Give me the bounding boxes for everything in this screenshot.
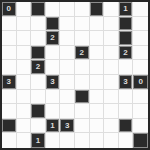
white-cell-4-8[interactable]	[119, 60, 134, 75]
white-cell-9-1[interactable]	[17, 133, 32, 148]
white-cell-0-3[interactable]	[46, 2, 61, 17]
clue-cell-3-5: 2	[75, 46, 90, 61]
white-cell-6-3[interactable]	[46, 90, 61, 105]
black-cell-8-0	[2, 119, 17, 134]
black-cell-8-8	[119, 119, 134, 134]
white-cell-3-7[interactable]	[104, 46, 119, 61]
white-cell-0-7[interactable]	[104, 2, 119, 17]
white-cell-5-2[interactable]	[31, 75, 46, 90]
black-cell-0-2	[31, 2, 46, 17]
white-cell-0-1[interactable]	[17, 2, 32, 17]
clue-cell-8-4: 3	[60, 119, 75, 134]
white-cell-1-1[interactable]	[17, 17, 32, 32]
black-cell-3-2	[31, 46, 46, 61]
white-cell-4-6[interactable]	[90, 60, 105, 75]
white-cell-2-4[interactable]	[60, 31, 75, 46]
clue-cell-0-0: 0	[2, 2, 17, 17]
clue-cell-5-3: 3	[46, 75, 61, 90]
white-cell-1-2[interactable]	[31, 17, 46, 32]
white-cell-2-6[interactable]	[90, 31, 105, 46]
white-cell-8-2[interactable]	[31, 119, 46, 134]
white-cell-5-5[interactable]	[75, 75, 90, 90]
white-cell-6-2[interactable]	[31, 90, 46, 105]
white-cell-6-7[interactable]	[104, 90, 119, 105]
white-cell-4-3[interactable]	[46, 60, 61, 75]
white-cell-4-7[interactable]	[104, 60, 119, 75]
white-cell-7-7[interactable]	[104, 104, 119, 119]
black-cell-9-9	[133, 133, 148, 148]
white-cell-3-3[interactable]	[46, 46, 61, 61]
white-cell-7-0[interactable]	[2, 104, 17, 119]
white-cell-7-6[interactable]	[90, 104, 105, 119]
white-cell-1-0[interactable]	[2, 17, 17, 32]
white-cell-9-8[interactable]	[119, 133, 134, 148]
black-cell-1-3	[46, 17, 61, 32]
white-cell-8-7[interactable]	[104, 119, 119, 134]
white-cell-4-4[interactable]	[60, 60, 75, 75]
black-cell-0-6	[90, 2, 105, 17]
white-cell-3-1[interactable]	[17, 46, 32, 61]
white-cell-0-5[interactable]	[75, 2, 90, 17]
white-cell-8-1[interactable]	[17, 119, 32, 134]
white-cell-4-9[interactable]	[133, 60, 148, 75]
clue-cell-5-0: 3	[2, 75, 17, 90]
clue-cell-4-2: 2	[31, 60, 46, 75]
white-cell-1-7[interactable]	[104, 17, 119, 32]
clue-cell-3-8: 2	[119, 46, 134, 61]
white-cell-9-0[interactable]	[2, 133, 17, 148]
clue-cell-0-8: 1	[119, 2, 134, 17]
white-cell-8-5[interactable]	[75, 119, 90, 134]
white-cell-3-6[interactable]	[90, 46, 105, 61]
white-cell-5-4[interactable]	[60, 75, 75, 90]
black-cell-7-2	[31, 104, 46, 119]
white-cell-6-9[interactable]	[133, 90, 148, 105]
clue-cell-8-3: 1	[46, 119, 61, 134]
white-cell-2-2[interactable]	[31, 31, 46, 46]
white-cell-7-8[interactable]	[119, 104, 134, 119]
white-cell-0-4[interactable]	[60, 2, 75, 17]
white-cell-4-1[interactable]	[17, 60, 32, 75]
white-cell-7-3[interactable]	[46, 104, 61, 119]
white-cell-8-9[interactable]	[133, 119, 148, 134]
white-cell-5-6[interactable]	[90, 75, 105, 90]
white-cell-1-9[interactable]	[133, 17, 148, 32]
white-cell-2-5[interactable]	[75, 31, 90, 46]
white-cell-3-0[interactable]	[2, 46, 17, 61]
clue-cell-5-9: 0	[133, 75, 148, 90]
akari-board: 0122223330131	[0, 0, 150, 150]
white-cell-6-1[interactable]	[17, 90, 32, 105]
white-cell-5-7[interactable]	[104, 75, 119, 90]
white-cell-6-6[interactable]	[90, 90, 105, 105]
white-cell-6-0[interactable]	[2, 90, 17, 105]
white-cell-6-8[interactable]	[119, 90, 134, 105]
white-cell-4-5[interactable]	[75, 60, 90, 75]
white-cell-2-1[interactable]	[17, 31, 32, 46]
white-cell-2-7[interactable]	[104, 31, 119, 46]
white-cell-1-4[interactable]	[60, 17, 75, 32]
clue-cell-5-8: 3	[119, 75, 134, 90]
clue-cell-9-2: 1	[31, 133, 46, 148]
white-cell-2-9[interactable]	[133, 31, 148, 46]
white-cell-7-4[interactable]	[60, 104, 75, 119]
black-cell-6-5	[75, 90, 90, 105]
white-cell-6-4[interactable]	[60, 90, 75, 105]
black-cell-2-8	[119, 31, 134, 46]
white-cell-3-4[interactable]	[60, 46, 75, 61]
clue-cell-2-3: 2	[46, 31, 61, 46]
white-cell-8-6[interactable]	[90, 119, 105, 134]
white-cell-9-6[interactable]	[90, 133, 105, 148]
white-cell-9-4[interactable]	[60, 133, 75, 148]
white-cell-1-5[interactable]	[75, 17, 90, 32]
white-cell-5-1[interactable]	[17, 75, 32, 90]
white-cell-3-9[interactable]	[133, 46, 148, 61]
white-cell-0-9[interactable]	[133, 2, 148, 17]
white-cell-7-1[interactable]	[17, 104, 32, 119]
white-cell-1-6[interactable]	[90, 17, 105, 32]
white-cell-7-9[interactable]	[133, 104, 148, 119]
black-cell-1-8	[119, 17, 134, 32]
white-cell-7-5[interactable]	[75, 104, 90, 119]
white-cell-2-0[interactable]	[2, 31, 17, 46]
white-cell-9-5[interactable]	[75, 133, 90, 148]
white-cell-9-3[interactable]	[46, 133, 61, 148]
white-cell-4-0[interactable]	[2, 60, 17, 75]
white-cell-9-7[interactable]	[104, 133, 119, 148]
